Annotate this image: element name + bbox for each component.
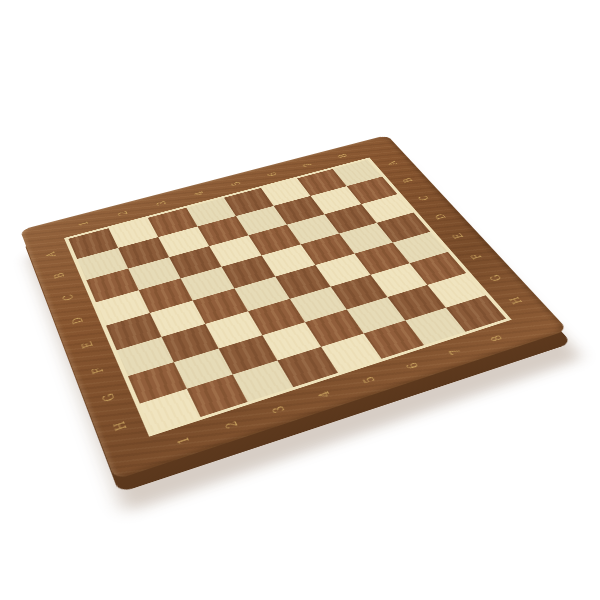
coord-number-bottom-1: 1 xyxy=(170,430,199,451)
coord-letter-right-g: G xyxy=(483,270,509,285)
coord-number-bottom-6: 6 xyxy=(399,356,427,374)
coord-number-top-4: 4 xyxy=(188,187,210,199)
coord-letter-left-e: E xyxy=(75,336,100,353)
coord-letter-right-e: E xyxy=(446,229,471,243)
coord-letter-left-g: G xyxy=(96,388,123,407)
coord-letter-right-d: D xyxy=(429,210,453,223)
coord-number-bottom-7: 7 xyxy=(441,343,469,361)
coord-number-bottom-3: 3 xyxy=(265,399,293,419)
coord-letter-left-b: B xyxy=(48,268,71,283)
coord-letter-left-f: F xyxy=(85,361,111,379)
coord-number-bottom-8: 8 xyxy=(483,329,511,346)
coord-number-top-5: 5 xyxy=(225,178,247,190)
coord-number-top-3: 3 xyxy=(151,197,173,210)
coord-letter-right-b: B xyxy=(397,174,420,186)
coord-number-top-6: 6 xyxy=(262,168,284,180)
coord-letter-right-a: A xyxy=(382,157,404,169)
coord-number-bottom-2: 2 xyxy=(218,414,247,434)
coord-letter-left-d: D xyxy=(66,312,91,329)
coord-number-bottom-4: 4 xyxy=(311,385,339,404)
coord-number-top-7: 7 xyxy=(297,159,319,171)
coord-letter-left-c: C xyxy=(57,290,81,306)
coord-letter-left-a: A xyxy=(40,247,63,261)
coord-letter-left-h: H xyxy=(107,416,135,436)
coord-number-top-1: 1 xyxy=(73,217,95,230)
coord-letter-right-c: C xyxy=(412,192,436,205)
coord-number-bottom-5: 5 xyxy=(355,370,383,389)
coord-letter-right-h: H xyxy=(503,292,530,308)
coord-number-top-8: 8 xyxy=(332,150,354,161)
coord-letter-right-f: F xyxy=(464,249,490,264)
coord-number-top-2: 2 xyxy=(112,207,134,220)
product-photo-background: AA11BB22CC33DD44EE55FF66GG77HH88 xyxy=(0,0,600,600)
